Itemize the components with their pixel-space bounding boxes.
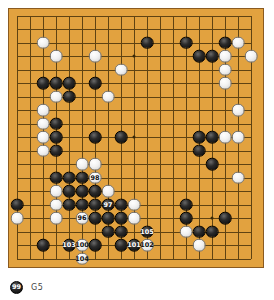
caption: 99 G5 (10, 279, 43, 295)
stone-black-C2 (37, 239, 50, 252)
move-number: 105 (140, 228, 154, 235)
stone-white-S12 (232, 104, 245, 117)
stone-white-C17 (37, 36, 50, 49)
stone-black-E2: 103 (63, 239, 76, 252)
stone-black-G6 (89, 185, 102, 198)
stone-black-H4 (102, 212, 115, 225)
stone-white-O3 (180, 225, 193, 238)
stone-white-L2: 102 (141, 239, 154, 252)
stone-black-F6 (76, 185, 89, 198)
stone-black-C14 (37, 77, 50, 90)
stone-white-P2 (193, 239, 206, 252)
caption-coordinate: G5 (31, 283, 43, 292)
stone-white-F1: 104 (76, 252, 89, 265)
stone-black-O4 (180, 212, 193, 225)
stone-white-C9 (37, 144, 50, 157)
go-board[interactable]: 989610010210497103101105 (8, 8, 264, 268)
stone-black-E13 (63, 90, 76, 103)
move-number: 98 (90, 174, 99, 181)
stone-white-D6 (50, 185, 63, 198)
move-number: 104 (75, 255, 89, 262)
stone-white-D16 (50, 50, 63, 63)
stone-white-S7 (232, 171, 245, 184)
stone-black-D14 (50, 77, 63, 90)
move-number: 97 (103, 201, 112, 208)
stone-white-G8 (89, 158, 102, 171)
stone-black-D7 (50, 171, 63, 184)
stone-black-L17 (141, 36, 154, 49)
stone-black-Q16 (206, 50, 219, 63)
stone-black-R17 (219, 36, 232, 49)
stone-white-F4: 96 (76, 212, 89, 225)
stone-black-J2 (115, 239, 128, 252)
stone-black-G14 (89, 77, 102, 90)
move-number: 96 (77, 215, 86, 222)
stone-black-P16 (193, 50, 206, 63)
move-number: 101 (127, 242, 141, 249)
stone-black-D9 (50, 144, 63, 157)
grid-line (147, 16, 148, 259)
stone-black-L3: 105 (141, 225, 154, 238)
stone-black-D11 (50, 117, 63, 130)
stone-white-R16 (219, 50, 232, 63)
stone-black-K2: 101 (128, 239, 141, 252)
stone-black-E6 (63, 185, 76, 198)
caption-move-stone: 99 (10, 281, 23, 294)
stone-white-H13 (102, 90, 115, 103)
stone-white-F8 (76, 158, 89, 171)
grid-line (173, 16, 174, 259)
stone-black-Q8 (206, 158, 219, 171)
stone-black-P10 (193, 131, 206, 144)
stone-white-G16 (89, 50, 102, 63)
grid-line (160, 16, 161, 259)
stone-white-K4 (128, 212, 141, 225)
move-number: 103 (62, 242, 76, 249)
stone-white-K5 (128, 198, 141, 211)
stone-black-D10 (50, 131, 63, 144)
stone-black-Q10 (206, 131, 219, 144)
stone-black-Q3 (206, 225, 219, 238)
stone-white-R15 (219, 63, 232, 76)
stone-black-P3 (193, 225, 206, 238)
star-point (211, 217, 214, 220)
stone-white-S10 (232, 131, 245, 144)
go-kifu-diagram: 989610010210497103101105 99 G5 (0, 0, 274, 300)
stone-white-R14 (219, 77, 232, 90)
stone-white-D4 (50, 212, 63, 225)
stone-black-E14 (63, 77, 76, 90)
stone-black-F5 (76, 198, 89, 211)
stone-black-P9 (193, 144, 206, 157)
stone-white-H6 (102, 185, 115, 198)
stone-black-A5 (11, 198, 24, 211)
stone-white-C10 (37, 131, 50, 144)
stone-white-F2: 100 (76, 239, 89, 252)
stone-black-G4 (89, 212, 102, 225)
stone-black-E7 (63, 171, 76, 184)
stone-black-J5 (115, 198, 128, 211)
stone-white-C11 (37, 117, 50, 130)
stone-black-E5 (63, 198, 76, 211)
stone-black-J4 (115, 212, 128, 225)
stone-white-S17 (232, 36, 245, 49)
star-point (133, 55, 136, 58)
stone-black-O17 (180, 36, 193, 49)
move-number: 102 (140, 242, 154, 249)
stone-white-R10 (219, 131, 232, 144)
caption-move-number: 99 (12, 284, 21, 291)
stone-black-H3 (102, 225, 115, 238)
stone-white-D13 (50, 90, 63, 103)
star-point (133, 136, 136, 139)
stone-black-J10 (115, 131, 128, 144)
grid-line (17, 259, 251, 260)
stone-black-H5: 97 (102, 198, 115, 211)
stone-black-J3 (115, 225, 128, 238)
stone-black-R4 (219, 212, 232, 225)
stone-white-D5 (50, 198, 63, 211)
stone-black-G2 (89, 239, 102, 252)
stone-black-O5 (180, 198, 193, 211)
stone-white-C12 (37, 104, 50, 117)
stone-black-F7 (76, 171, 89, 184)
stone-black-G10 (89, 131, 102, 144)
stone-white-T16 (245, 50, 258, 63)
stone-white-G7: 98 (89, 171, 102, 184)
stone-black-G5 (89, 198, 102, 211)
stone-white-A4 (11, 212, 24, 225)
stone-white-J15 (115, 63, 128, 76)
move-number: 100 (75, 242, 89, 249)
